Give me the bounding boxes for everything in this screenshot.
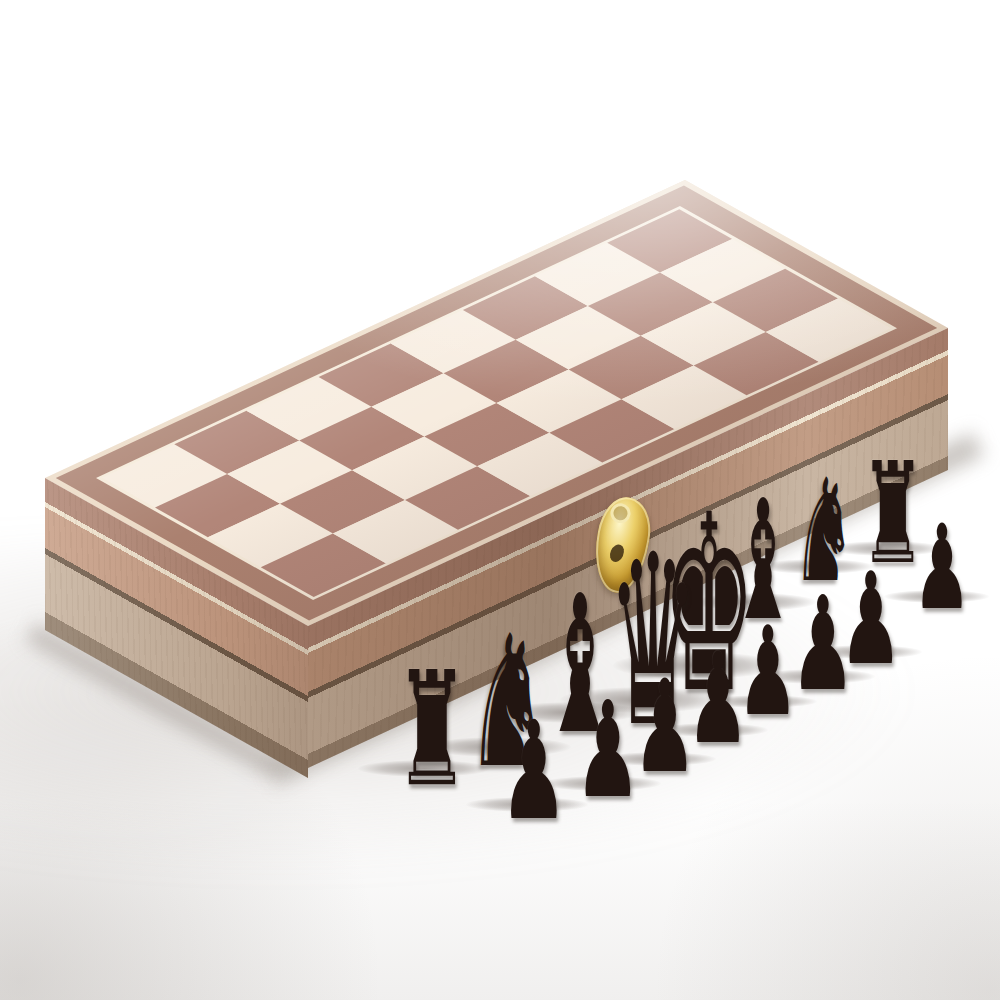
chess-piece-pawn: ♟ [633,663,697,791]
chess-piece-pawn: ♟ [790,579,855,709]
chess-piece-pawn: ♟ [500,703,568,839]
chess-piece-pawn: ♟ [913,509,972,626]
chess-piece-pawn: ♟ [575,684,642,817]
product-photo-scene: ♜♞♟♝♟♚♟♛♟♝♟♞♟♜♟♟ [0,0,1000,1000]
chess-piece-rook: ♜ [395,650,469,808]
